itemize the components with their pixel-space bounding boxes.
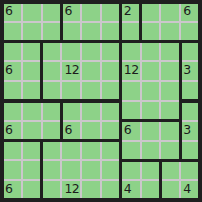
cell-r6-c9[interactable] <box>161 102 179 120</box>
cell-r10-c2[interactable] <box>23 181 41 199</box>
cell-r2-c10[interactable] <box>181 23 199 41</box>
cell-r5-c5[interactable] <box>82 82 100 100</box>
cell-r10-c5[interactable] <box>82 181 100 199</box>
cell-r8-c8[interactable] <box>142 142 160 160</box>
cell-r8-c3[interactable] <box>43 142 61 160</box>
cell-r9-c4[interactable] <box>62 161 80 179</box>
area-clue: 6 <box>5 122 12 137</box>
cell-r5-c7[interactable] <box>122 82 140 100</box>
cell-r1-c1[interactable]: 6 <box>3 3 21 21</box>
cell-r6-c5[interactable] <box>82 102 100 120</box>
cell-r7-c4[interactable]: 6 <box>62 122 80 140</box>
cell-r10-c8[interactable] <box>142 181 160 199</box>
area-clue: 6 <box>64 122 71 137</box>
cell-r4-c1[interactable]: 6 <box>3 62 21 80</box>
cell-r9-c2[interactable] <box>23 161 41 179</box>
cell-r6-c7[interactable] <box>122 102 140 120</box>
cell-r1-c7[interactable]: 2 <box>122 3 140 21</box>
cell-r5-c8[interactable] <box>142 82 160 100</box>
cell-r6-c4[interactable] <box>62 102 80 120</box>
cell-r3-c10[interactable] <box>181 43 199 61</box>
area-clue: 6 <box>64 3 71 18</box>
cell-r9-c10[interactable] <box>181 161 199 179</box>
cell-r5-c10[interactable] <box>181 82 199 100</box>
cell-r2-c3[interactable] <box>43 23 61 41</box>
area-clue: 2 <box>124 3 131 18</box>
cell-r10-c3[interactable] <box>43 181 61 199</box>
area-clue: 6 <box>183 3 190 18</box>
cell-r10-c7[interactable]: 4 <box>122 181 140 199</box>
cell-r2-c9[interactable] <box>161 23 179 41</box>
cell-r6-c6[interactable] <box>102 102 120 120</box>
cell-r2-c6[interactable] <box>102 23 120 41</box>
cell-r1-c5[interactable] <box>82 3 100 21</box>
cell-r4-c6[interactable] <box>102 62 120 80</box>
area-clue: 3 <box>183 62 190 77</box>
cell-r9-c1[interactable] <box>3 161 21 179</box>
cell-r3-c2[interactable] <box>23 43 41 61</box>
cell-r7-c6[interactable] <box>102 122 120 140</box>
cell-r2-c5[interactable] <box>82 23 100 41</box>
cell-r9-c8[interactable] <box>142 161 160 179</box>
cell-r2-c8[interactable] <box>142 23 160 41</box>
cell-r6-c1[interactable] <box>3 102 21 120</box>
cell-r7-c10[interactable]: 3 <box>181 122 199 140</box>
cell-r8-c4[interactable] <box>62 142 80 160</box>
cell-r1-c2[interactable] <box>23 3 41 21</box>
cell-r7-c1[interactable]: 6 <box>3 122 21 140</box>
cell-r1-c4[interactable]: 6 <box>62 3 80 21</box>
cell-r7-c5[interactable] <box>82 122 100 140</box>
cell-r1-c9[interactable] <box>161 3 179 21</box>
cell-r6-c3[interactable] <box>43 102 61 120</box>
cell-r9-c6[interactable] <box>102 161 120 179</box>
cell-r5-c4[interactable] <box>62 82 80 100</box>
cell-r3-c5[interactable] <box>82 43 100 61</box>
cell-r3-c3[interactable] <box>43 43 61 61</box>
area-clue: 4 <box>124 181 131 196</box>
cell-r8-c6[interactable] <box>102 142 120 160</box>
cell-r5-c6[interactable] <box>102 82 120 100</box>
cell-r7-c7[interactable]: 6 <box>122 122 140 140</box>
cell-r8-c7[interactable] <box>122 142 140 160</box>
cell-r1-c6[interactable] <box>102 3 120 21</box>
cell-r1-c10[interactable]: 6 <box>181 3 199 21</box>
area-clue: 6 <box>5 181 12 196</box>
cell-r9-c9[interactable] <box>161 161 179 179</box>
cell-r4-c9[interactable] <box>161 62 179 80</box>
area-clue: 12 <box>64 181 79 196</box>
cell-r10-c4[interactable]: 12 <box>62 181 80 199</box>
cell-r3-c1[interactable] <box>3 43 21 61</box>
cell-r1-c8[interactable] <box>142 3 160 21</box>
cell-r6-c8[interactable] <box>142 102 160 120</box>
cell-r9-c7[interactable] <box>122 161 140 179</box>
cell-r7-c2[interactable] <box>23 122 41 140</box>
cell-r2-c4[interactable] <box>62 23 80 41</box>
area-clue: 12 <box>64 62 79 77</box>
cell-r2-c1[interactable] <box>3 23 21 41</box>
cell-r8-c2[interactable] <box>23 142 41 160</box>
cell-r2-c2[interactable] <box>23 23 41 41</box>
area-clue: 3 <box>183 122 190 137</box>
cell-r1-c3[interactable] <box>43 3 61 21</box>
area-clue: 4 <box>183 181 190 196</box>
area-clue: 12 <box>124 62 139 77</box>
cell-r4-c10[interactable]: 3 <box>181 62 199 80</box>
cell-r7-c3[interactable] <box>43 122 61 140</box>
cell-r4-c4[interactable]: 12 <box>62 62 80 80</box>
cell-r4-c2[interactable] <box>23 62 41 80</box>
area-clue: 6 <box>5 3 12 18</box>
cell-r3-c8[interactable] <box>142 43 160 61</box>
cell-r10-c6[interactable] <box>102 181 120 199</box>
cell-r8-c5[interactable] <box>82 142 100 160</box>
cell-r6-c10[interactable] <box>181 102 199 120</box>
cell-r8-c1[interactable] <box>3 142 21 160</box>
cell-r5-c2[interactable] <box>23 82 41 100</box>
cell-r9-c3[interactable] <box>43 161 61 179</box>
cell-r4-c8[interactable] <box>142 62 160 80</box>
cell-r3-c4[interactable] <box>62 43 80 61</box>
cell-r3-c9[interactable] <box>161 43 179 61</box>
cell-r8-c9[interactable] <box>161 142 179 160</box>
cell-r3-c7[interactable] <box>122 43 140 61</box>
cell-r9-c5[interactable] <box>82 161 100 179</box>
cell-r7-c8[interactable] <box>142 122 160 140</box>
area-clue: 6 <box>5 62 12 77</box>
cell-r5-c9[interactable] <box>161 82 179 100</box>
cell-r10-c9[interactable] <box>161 181 179 199</box>
cell-r5-c1[interactable] <box>3 82 21 100</box>
cell-r4-c7[interactable]: 12 <box>122 62 140 80</box>
cell-r5-c3[interactable] <box>43 82 61 100</box>
cell-r6-c2[interactable] <box>23 102 41 120</box>
shikaku-board: 6626612123666361244 <box>0 0 202 202</box>
cell-r7-c9[interactable] <box>161 122 179 140</box>
cell-r8-c10[interactable] <box>181 142 199 160</box>
cell-r4-c5[interactable] <box>82 62 100 80</box>
area-clue: 6 <box>124 122 131 137</box>
cell-r10-c1[interactable]: 6 <box>3 181 21 199</box>
cell-r2-c7[interactable] <box>122 23 140 41</box>
cell-r10-c10[interactable]: 4 <box>181 181 199 199</box>
cell-r4-c3[interactable] <box>43 62 61 80</box>
cell-r3-c6[interactable] <box>102 43 120 61</box>
